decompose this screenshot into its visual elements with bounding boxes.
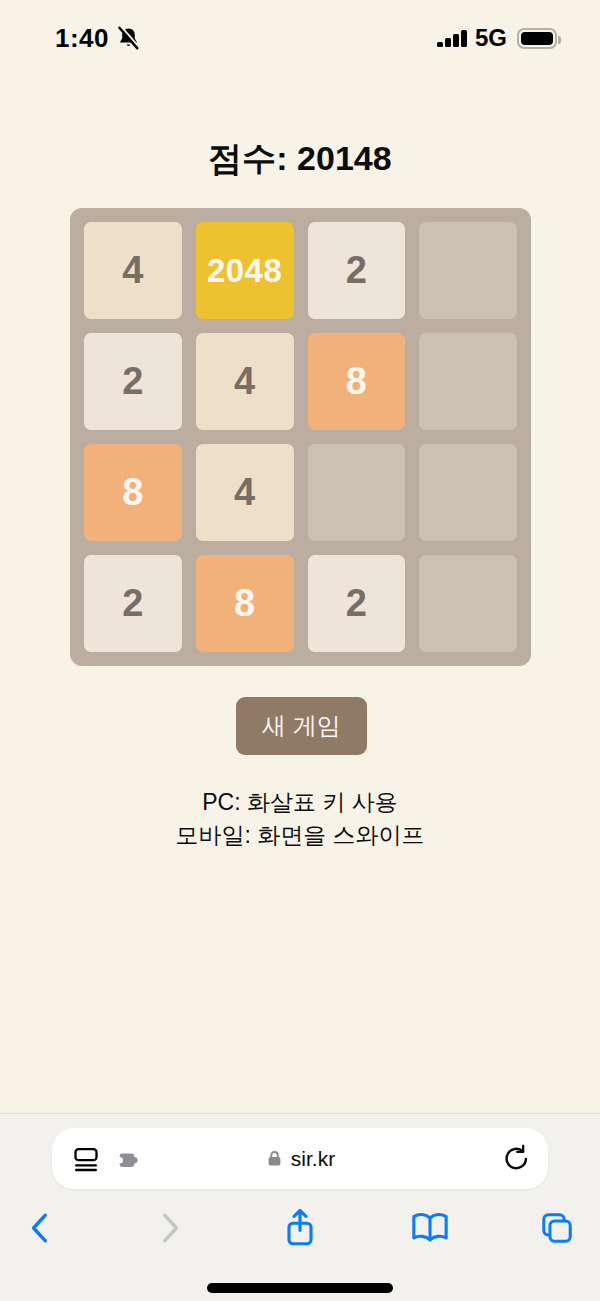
instructions: PC: 화살표 키 사용 모바일: 화면을 스와이프: [0, 786, 600, 852]
network-type-label: 5G: [475, 24, 507, 52]
lock-icon: [265, 1149, 284, 1168]
battery-icon: [517, 28, 557, 49]
iphone-screen: 1:40 5G 점수: 20148 42048224884282 새 게: [0, 0, 600, 1301]
empty-cell: [419, 222, 517, 319]
bell-slash-icon: [115, 25, 142, 52]
instruction-line-mobile: 모바일: 화면을 스와이프: [0, 819, 600, 852]
bookmarks-icon[interactable]: [408, 1206, 452, 1250]
empty-cell: [419, 444, 517, 541]
forward-button[interactable]: [148, 1206, 192, 1250]
tile-8: 8: [196, 555, 294, 652]
share-icon[interactable]: [278, 1206, 322, 1250]
status-left: 1:40: [55, 23, 142, 54]
address-bar-right-icons: [502, 1144, 531, 1173]
home-indicator[interactable]: [207, 1283, 393, 1293]
tile-8: 8: [308, 333, 406, 430]
tabs-icon[interactable]: [535, 1206, 579, 1250]
instruction-line-pc: PC: 화살표 키 사용: [0, 786, 600, 819]
tile-4: 4: [196, 444, 294, 541]
clock: 1:40: [55, 23, 109, 54]
tile-2: 2: [308, 222, 406, 319]
tile-4: 4: [84, 222, 182, 319]
new-game-button[interactable]: 새 게임: [236, 697, 367, 755]
tile-2: 2: [84, 555, 182, 652]
tile-4: 4: [196, 333, 294, 430]
reload-icon[interactable]: [502, 1144, 531, 1173]
url-domain: sir.kr: [291, 1147, 335, 1171]
status-bar: 1:40 5G: [0, 0, 600, 62]
tile-8: 8: [84, 444, 182, 541]
empty-cell: [419, 555, 517, 652]
cellular-signal-icon: [437, 30, 467, 47]
tile-2: 2: [84, 333, 182, 430]
address-bar-center[interactable]: sir.kr: [52, 1147, 548, 1171]
tile-2: 2: [308, 555, 406, 652]
score-display: 점수: 20148: [0, 136, 600, 182]
address-bar[interactable]: sir.kr: [52, 1128, 548, 1189]
empty-cell: [308, 444, 406, 541]
safari-bottom-bar: sir.kr: [0, 1113, 600, 1301]
back-button[interactable]: [18, 1206, 62, 1250]
tile-2048: 2048: [196, 222, 294, 319]
game-board[interactable]: 42048224884282: [70, 208, 531, 666]
status-right: 5G: [437, 24, 557, 52]
empty-cell: [419, 333, 517, 430]
